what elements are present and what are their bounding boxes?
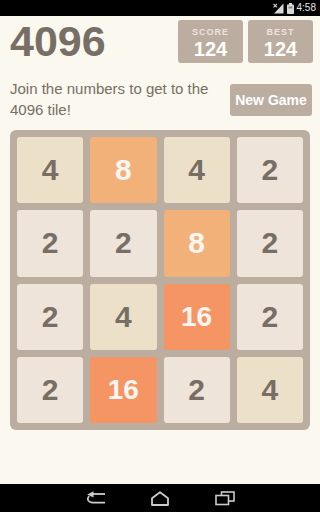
tile-2: 2 <box>17 210 83 276</box>
status-bar: 4:58 <box>0 0 320 16</box>
tile-2: 2 <box>164 357 230 423</box>
page-title: 4096 <box>10 18 106 64</box>
tile-4: 4 <box>237 357 303 423</box>
tile-16: 16 <box>90 357 156 423</box>
tile-16: 16 <box>164 284 230 350</box>
tile-2: 2 <box>90 210 156 276</box>
best-box: BEST 124 <box>248 20 313 63</box>
tile-2: 2 <box>17 357 83 423</box>
best-label: BEST <box>248 27 313 37</box>
tagline: Join the numbers to get to the 4096 tile… <box>10 78 228 120</box>
tile-2: 2 <box>237 137 303 203</box>
status-time: 4:58 <box>297 0 316 16</box>
cell-signal-icon <box>273 3 284 14</box>
tile-4: 4 <box>164 137 230 203</box>
nav-bar <box>0 484 320 512</box>
score-label: SCORE <box>178 27 243 37</box>
score-value: 124 <box>178 37 243 61</box>
tile-8: 8 <box>164 210 230 276</box>
recents-icon[interactable] <box>214 490 236 506</box>
score-box: SCORE 124 <box>178 20 243 63</box>
battery-icon <box>287 3 294 14</box>
tile-4: 4 <box>17 137 83 203</box>
app-screen: 4:58 4096 SCORE 124 BEST 124 Join the nu… <box>0 0 320 512</box>
tile-4: 4 <box>90 284 156 350</box>
board-grid[interactable]: 484222822416221624 <box>10 130 310 430</box>
home-icon[interactable] <box>149 490 171 506</box>
new-game-button[interactable]: New Game <box>230 84 312 116</box>
back-icon[interactable] <box>84 490 106 506</box>
tile-8: 8 <box>90 137 156 203</box>
tile-2: 2 <box>237 284 303 350</box>
tile-2: 2 <box>17 284 83 350</box>
tile-2: 2 <box>237 210 303 276</box>
best-value: 124 <box>248 37 313 61</box>
